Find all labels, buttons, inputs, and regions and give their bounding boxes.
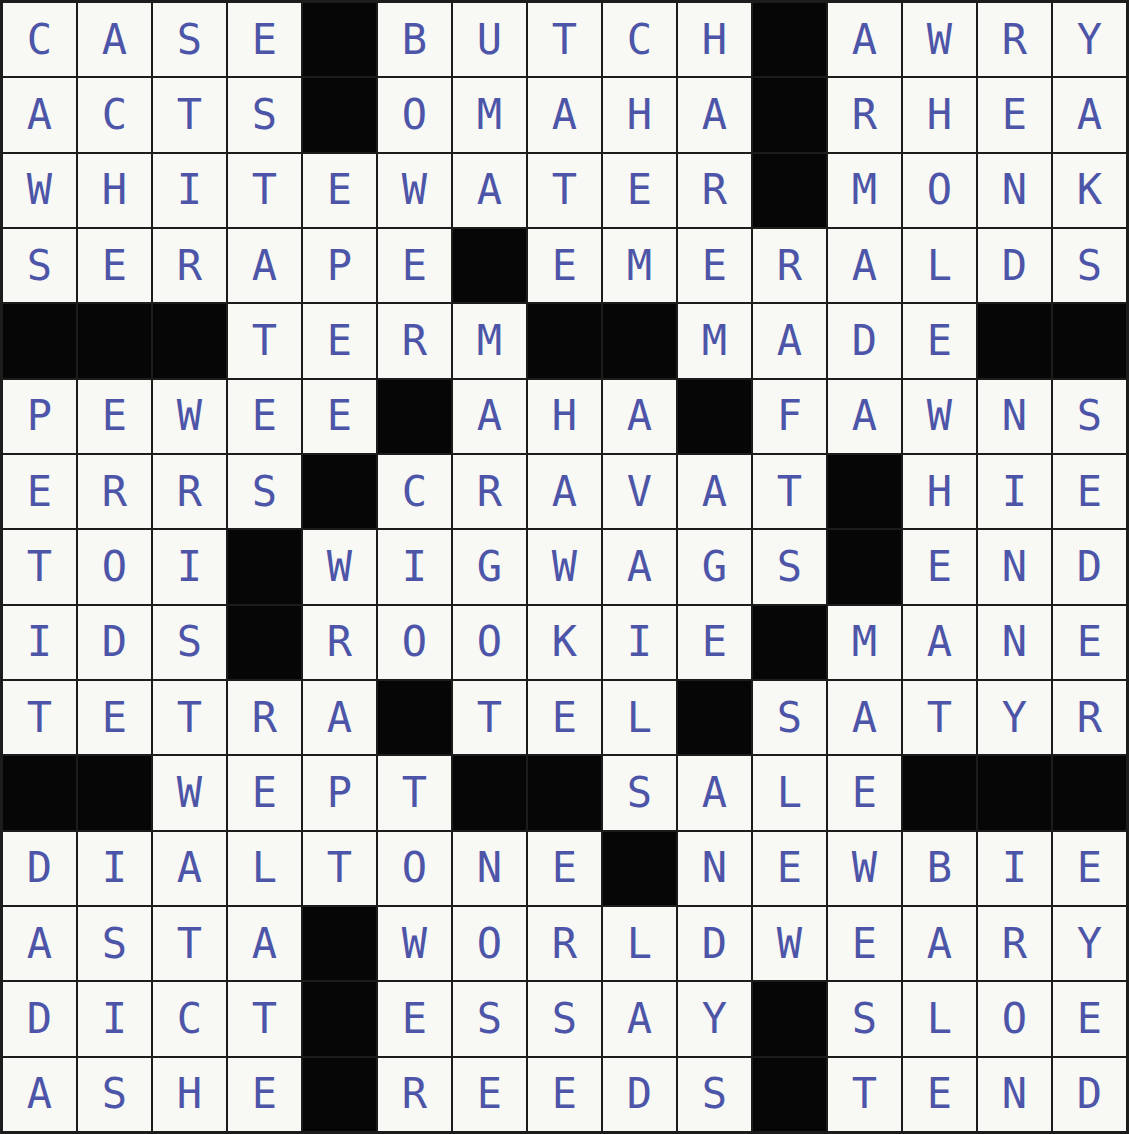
grid-cell[interactable]: G — [678, 530, 751, 603]
grid-cell[interactable]: O — [978, 982, 1051, 1055]
grid-cell[interactable]: E — [228, 1058, 301, 1131]
grid-cell[interactable]: E — [303, 380, 376, 453]
grid-cell[interactable]: D — [678, 907, 751, 980]
grid-cell[interactable]: N — [978, 154, 1051, 227]
grid-cell[interactable]: A — [303, 681, 376, 754]
grid-cell[interactable]: C — [78, 78, 151, 151]
black-square — [378, 380, 451, 453]
grid-cell[interactable]: C — [3, 3, 76, 76]
black-square — [303, 3, 376, 76]
grid-cell[interactable]: T — [753, 455, 826, 528]
grid-cell[interactable]: W — [753, 907, 826, 980]
grid-cell[interactable]: O — [378, 78, 451, 151]
grid-cell[interactable]: E — [603, 154, 676, 227]
grid-cell[interactable]: C — [603, 3, 676, 76]
grid-cell[interactable]: R — [978, 3, 1051, 76]
black-square — [303, 907, 376, 980]
black-square — [753, 1058, 826, 1131]
grid-cell[interactable]: S — [828, 982, 901, 1055]
grid-cell[interactable]: A — [678, 455, 751, 528]
grid-cell[interactable]: O — [453, 606, 526, 679]
grid-cell[interactable]: L — [903, 982, 976, 1055]
grid-cell[interactable]: H — [903, 455, 976, 528]
grid-cell[interactable]: I — [153, 530, 226, 603]
grid-cell[interactable]: A — [678, 756, 751, 829]
black-square — [78, 304, 151, 377]
grid-cell[interactable]: E — [1053, 455, 1126, 528]
grid-cell[interactable]: A — [603, 982, 676, 1055]
grid-cell[interactable]: H — [678, 3, 751, 76]
grid-cell[interactable]: I — [378, 530, 451, 603]
grid-cell[interactable]: E — [228, 756, 301, 829]
grid-cell[interactable]: N — [978, 1058, 1051, 1131]
black-square — [903, 756, 976, 829]
grid-cell[interactable]: S — [528, 982, 601, 1055]
grid-cell[interactable]: D — [3, 832, 76, 905]
grid-cell[interactable]: T — [228, 154, 301, 227]
grid-cell[interactable]: A — [528, 78, 601, 151]
black-square — [3, 756, 76, 829]
black-square — [753, 982, 826, 1055]
grid-cell[interactable]: A — [453, 154, 526, 227]
grid-cell[interactable]: E — [528, 1058, 601, 1131]
grid-cell[interactable]: T — [228, 982, 301, 1055]
grid-cell[interactable]: I — [603, 606, 676, 679]
grid-cell[interactable]: L — [603, 681, 676, 754]
grid-cell[interactable]: C — [153, 982, 226, 1055]
grid-cell[interactable]: A — [78, 3, 151, 76]
grid-cell[interactable]: S — [153, 3, 226, 76]
grid-cell[interactable]: A — [753, 304, 826, 377]
black-square — [753, 78, 826, 151]
grid-cell[interactable]: T — [153, 78, 226, 151]
grid-cell[interactable]: G — [453, 530, 526, 603]
grid-cell[interactable]: L — [753, 756, 826, 829]
black-square — [828, 455, 901, 528]
grid-cell[interactable]: T — [828, 1058, 901, 1131]
grid-cell[interactable]: T — [153, 907, 226, 980]
grid-cell[interactable]: A — [228, 229, 301, 302]
black-square — [228, 530, 301, 603]
grid-cell[interactable]: A — [828, 380, 901, 453]
grid-cell[interactable]: I — [78, 982, 151, 1055]
grid-cell[interactable]: R — [828, 78, 901, 151]
grid-cell[interactable]: R — [978, 907, 1051, 980]
grid-cell[interactable]: A — [828, 229, 901, 302]
grid-cell[interactable]: A — [1053, 78, 1126, 151]
grid-cell[interactable]: K — [528, 606, 601, 679]
grid-cell[interactable]: M — [828, 154, 901, 227]
grid-cell[interactable]: K — [1053, 154, 1126, 227]
grid-cell[interactable]: A — [903, 907, 976, 980]
grid-cell[interactable]: S — [78, 907, 151, 980]
grid-cell[interactable]: S — [228, 78, 301, 151]
grid-cell[interactable]: Y — [678, 982, 751, 1055]
grid-cell[interactable]: O — [453, 907, 526, 980]
grid-cell[interactable]: R — [153, 229, 226, 302]
grid-cell[interactable]: I — [3, 606, 76, 679]
black-square — [1053, 304, 1126, 377]
grid-cell[interactable]: R — [528, 907, 601, 980]
grid-cell[interactable]: E — [78, 380, 151, 453]
grid-cell[interactable]: S — [78, 1058, 151, 1131]
grid-cell[interactable]: E — [903, 304, 976, 377]
grid-cell[interactable]: Y — [1053, 907, 1126, 980]
black-square — [378, 681, 451, 754]
grid-cell[interactable]: R — [303, 606, 376, 679]
grid-cell[interactable]: A — [3, 907, 76, 980]
grid-cell[interactable]: H — [528, 380, 601, 453]
grid-cell[interactable]: E — [228, 3, 301, 76]
grid-cell[interactable]: D — [1053, 530, 1126, 603]
grid-cell[interactable]: T — [303, 832, 376, 905]
grid-cell[interactable]: B — [378, 3, 451, 76]
black-square — [453, 756, 526, 829]
grid-cell[interactable]: N — [978, 380, 1051, 453]
grid-cell[interactable]: E — [978, 78, 1051, 151]
grid-cell[interactable]: E — [78, 229, 151, 302]
black-square — [603, 832, 676, 905]
black-square — [303, 78, 376, 151]
grid-cell[interactable]: O — [378, 606, 451, 679]
black-square — [78, 756, 151, 829]
grid-cell[interactable]: T — [3, 681, 76, 754]
grid-cell[interactable]: E — [378, 982, 451, 1055]
grid-cell[interactable]: F — [753, 380, 826, 453]
grid-cell[interactable]: O — [903, 154, 976, 227]
grid-cell[interactable]: R — [228, 681, 301, 754]
grid-cell[interactable]: E — [678, 229, 751, 302]
grid-cell[interactable]: E — [828, 907, 901, 980]
grid-cell[interactable]: E — [228, 380, 301, 453]
grid-cell[interactable]: L — [228, 832, 301, 905]
grid-cell[interactable]: D — [78, 606, 151, 679]
grid-cell[interactable]: S — [753, 530, 826, 603]
grid-cell[interactable]: I — [978, 455, 1051, 528]
grid-cell[interactable]: E — [1053, 982, 1126, 1055]
grid-cell[interactable]: E — [903, 530, 976, 603]
grid-cell[interactable]: D — [1053, 1058, 1126, 1131]
grid-cell[interactable]: P — [303, 756, 376, 829]
grid-cell[interactable]: W — [3, 154, 76, 227]
grid-cell[interactable]: O — [78, 530, 151, 603]
grid-cell[interactable]: R — [378, 304, 451, 377]
grid-cell[interactable]: E — [753, 832, 826, 905]
black-square — [978, 756, 1051, 829]
black-square — [828, 530, 901, 603]
grid-cell[interactable]: I — [978, 832, 1051, 905]
grid-cell[interactable]: T — [903, 681, 976, 754]
grid-cell[interactable]: N — [453, 832, 526, 905]
grid-cell[interactable]: Y — [1053, 3, 1126, 76]
grid-cell[interactable]: H — [903, 78, 976, 151]
grid-cell[interactable]: W — [153, 756, 226, 829]
grid-cell[interactable]: P — [303, 229, 376, 302]
grid-cell[interactable]: M — [453, 78, 526, 151]
grid-cell[interactable]: W — [828, 832, 901, 905]
grid-cell[interactable]: S — [678, 1058, 751, 1131]
grid-cell[interactable]: D — [603, 1058, 676, 1131]
grid-cell[interactable]: W — [903, 380, 976, 453]
grid-cell[interactable]: H — [603, 78, 676, 151]
black-square — [678, 681, 751, 754]
grid-cell[interactable]: W — [153, 380, 226, 453]
black-square — [303, 982, 376, 1055]
grid-cell[interactable]: E — [453, 1058, 526, 1131]
grid-cell[interactable]: E — [528, 229, 601, 302]
grid-cell[interactable]: S — [3, 229, 76, 302]
grid-cell[interactable]: P — [3, 380, 76, 453]
grid-cell[interactable]: Y — [978, 681, 1051, 754]
black-square — [753, 154, 826, 227]
grid-cell[interactable]: E — [378, 229, 451, 302]
black-square — [753, 3, 826, 76]
black-square — [3, 304, 76, 377]
black-square — [228, 606, 301, 679]
grid-cell[interactable]: M — [453, 304, 526, 377]
grid-cell[interactable]: A — [603, 380, 676, 453]
grid-cell[interactable]: T — [528, 154, 601, 227]
black-square — [528, 304, 601, 377]
grid-cell[interactable]: M — [828, 606, 901, 679]
grid-cell[interactable]: V — [603, 455, 676, 528]
grid-cell[interactable]: S — [153, 606, 226, 679]
black-square — [453, 229, 526, 302]
grid-cell[interactable]: S — [228, 455, 301, 528]
black-square — [303, 1058, 376, 1131]
grid-cell[interactable]: M — [678, 304, 751, 377]
grid-cell[interactable]: I — [78, 832, 151, 905]
grid-cell[interactable]: A — [603, 530, 676, 603]
grid-cell[interactable]: E — [303, 304, 376, 377]
grid-cell[interactable]: C — [378, 455, 451, 528]
grid-cell[interactable]: T — [228, 304, 301, 377]
grid-cell[interactable]: L — [903, 229, 976, 302]
grid-cell[interactable]: E — [903, 1058, 976, 1131]
grid-cell[interactable]: A — [828, 681, 901, 754]
grid-cell[interactable]: T — [528, 3, 601, 76]
grid-cell[interactable]: A — [903, 606, 976, 679]
crossword-grid: CASEBUTCHAWRYACTSOMAHARHEAWHITEWATERMONK… — [0, 0, 1129, 1134]
grid-cell[interactable]: E — [1053, 606, 1126, 679]
grid-cell[interactable]: W — [378, 154, 451, 227]
grid-cell[interactable]: A — [153, 832, 226, 905]
grid-cell[interactable]: E — [303, 154, 376, 227]
grid-cell[interactable]: S — [603, 756, 676, 829]
grid-cell[interactable]: W — [903, 3, 976, 76]
grid-cell[interactable]: A — [3, 78, 76, 151]
grid-cell[interactable]: E — [3, 455, 76, 528]
grid-cell[interactable]: S — [453, 982, 526, 1055]
grid-cell[interactable]: T — [153, 681, 226, 754]
grid-cell[interactable]: D — [3, 982, 76, 1055]
grid-cell[interactable]: R — [678, 154, 751, 227]
grid-cell[interactable]: A — [3, 1058, 76, 1131]
grid-cell[interactable]: R — [78, 455, 151, 528]
grid-cell[interactable]: R — [753, 229, 826, 302]
grid-cell[interactable]: L — [603, 907, 676, 980]
grid-cell[interactable]: R — [378, 1058, 451, 1131]
grid-cell[interactable]: A — [228, 907, 301, 980]
grid-cell[interactable]: E — [78, 681, 151, 754]
grid-cell[interactable]: A — [528, 455, 601, 528]
grid-cell[interactable]: E — [678, 606, 751, 679]
black-square — [303, 455, 376, 528]
grid-cell[interactable]: N — [978, 530, 1051, 603]
grid-cell[interactable]: T — [378, 756, 451, 829]
grid-cell[interactable]: R — [153, 455, 226, 528]
grid-cell[interactable]: D — [978, 229, 1051, 302]
grid-cell[interactable]: H — [153, 1058, 226, 1131]
grid-cell[interactable]: I — [153, 154, 226, 227]
grid-cell[interactable]: A — [453, 380, 526, 453]
grid-cell[interactable]: T — [453, 681, 526, 754]
grid-cell[interactable]: W — [378, 907, 451, 980]
grid-cell[interactable]: S — [753, 681, 826, 754]
grid-cell[interactable]: M — [603, 229, 676, 302]
grid-cell[interactable]: E — [528, 681, 601, 754]
grid-cell[interactable]: E — [1053, 832, 1126, 905]
black-square — [153, 304, 226, 377]
grid-cell[interactable]: D — [828, 304, 901, 377]
grid-cell[interactable]: U — [453, 3, 526, 76]
grid-cell[interactable]: N — [678, 832, 751, 905]
grid-cell[interactable]: R — [1053, 681, 1126, 754]
grid-cell[interactable]: S — [1053, 229, 1126, 302]
grid-cell[interactable]: E — [828, 756, 901, 829]
grid-cell[interactable]: S — [1053, 380, 1126, 453]
grid-cell[interactable]: H — [78, 154, 151, 227]
grid-cell[interactable]: T — [3, 530, 76, 603]
black-square — [1053, 756, 1126, 829]
grid-cell[interactable]: O — [378, 832, 451, 905]
black-square — [978, 304, 1051, 377]
grid-cell[interactable]: R — [453, 455, 526, 528]
grid-cell[interactable]: A — [678, 78, 751, 151]
black-square — [678, 380, 751, 453]
black-square — [528, 756, 601, 829]
grid-cell[interactable]: W — [528, 530, 601, 603]
black-square — [603, 304, 676, 377]
grid-cell[interactable]: N — [978, 606, 1051, 679]
grid-cell[interactable]: A — [828, 3, 901, 76]
grid-cell[interactable]: E — [528, 832, 601, 905]
black-square — [753, 606, 826, 679]
grid-cell[interactable]: B — [903, 832, 976, 905]
grid-cell[interactable]: W — [303, 530, 376, 603]
